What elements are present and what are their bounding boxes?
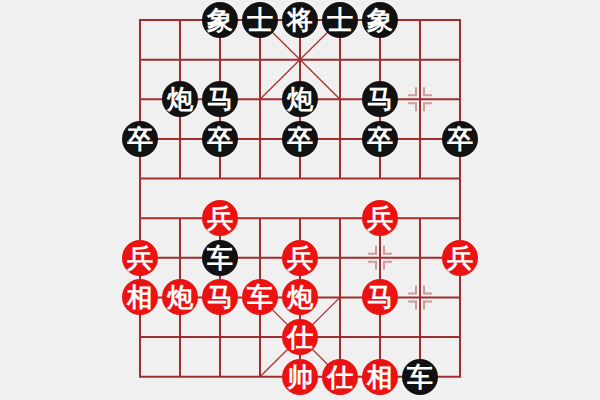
piece-black-chariot[interactable]: 车 [202, 240, 238, 276]
piece-red-cannon[interactable]: 炮 [282, 279, 318, 315]
piece-red-advisor[interactable]: 仕 [322, 359, 358, 395]
piece-black-elephant[interactable]: 象 [362, 2, 398, 38]
piece-black-horse[interactable]: 马 [362, 81, 398, 117]
piece-red-king[interactable]: 帅 [282, 359, 318, 395]
piece-red-chariot[interactable]: 车 [242, 279, 278, 315]
piece-red-soldier[interactable]: 兵 [202, 200, 238, 236]
piece-black-elephant[interactable]: 象 [202, 2, 238, 38]
piece-red-soldier[interactable]: 兵 [442, 240, 478, 276]
xiangqi-board[interactable]: 象士将士象炮马炮马卒卒卒卒卒兵兵兵车兵兵相炮马车炮马仕帅仕相车 [0, 0, 600, 400]
piece-red-soldier[interactable]: 兵 [122, 240, 158, 276]
piece-black-chariot[interactable]: 车 [402, 359, 438, 395]
piece-red-horse[interactable]: 马 [202, 279, 238, 315]
piece-black-cannon[interactable]: 炮 [282, 81, 318, 117]
pieces-layer: 象士将士象炮马炮马卒卒卒卒卒兵兵兵车兵兵相炮马车炮马仕帅仕相车 [120, 0, 480, 396]
piece-black-advisor[interactable]: 士 [322, 2, 358, 38]
piece-black-soldier[interactable]: 卒 [362, 121, 398, 157]
piece-black-soldier[interactable]: 卒 [202, 121, 238, 157]
piece-red-elephant[interactable]: 相 [362, 359, 398, 395]
piece-black-soldier[interactable]: 卒 [122, 121, 158, 157]
piece-red-horse[interactable]: 马 [362, 279, 398, 315]
piece-black-soldier[interactable]: 卒 [442, 121, 478, 157]
piece-black-king[interactable]: 将 [282, 2, 318, 38]
piece-red-advisor[interactable]: 仕 [282, 319, 318, 355]
piece-black-advisor[interactable]: 士 [242, 2, 278, 38]
piece-black-soldier[interactable]: 卒 [282, 121, 318, 157]
piece-black-horse[interactable]: 马 [202, 81, 238, 117]
piece-red-soldier[interactable]: 兵 [362, 200, 398, 236]
piece-red-soldier[interactable]: 兵 [282, 240, 318, 276]
piece-red-elephant[interactable]: 相 [122, 279, 158, 315]
piece-red-cannon[interactable]: 炮 [162, 279, 198, 315]
piece-black-cannon[interactable]: 炮 [162, 81, 198, 117]
